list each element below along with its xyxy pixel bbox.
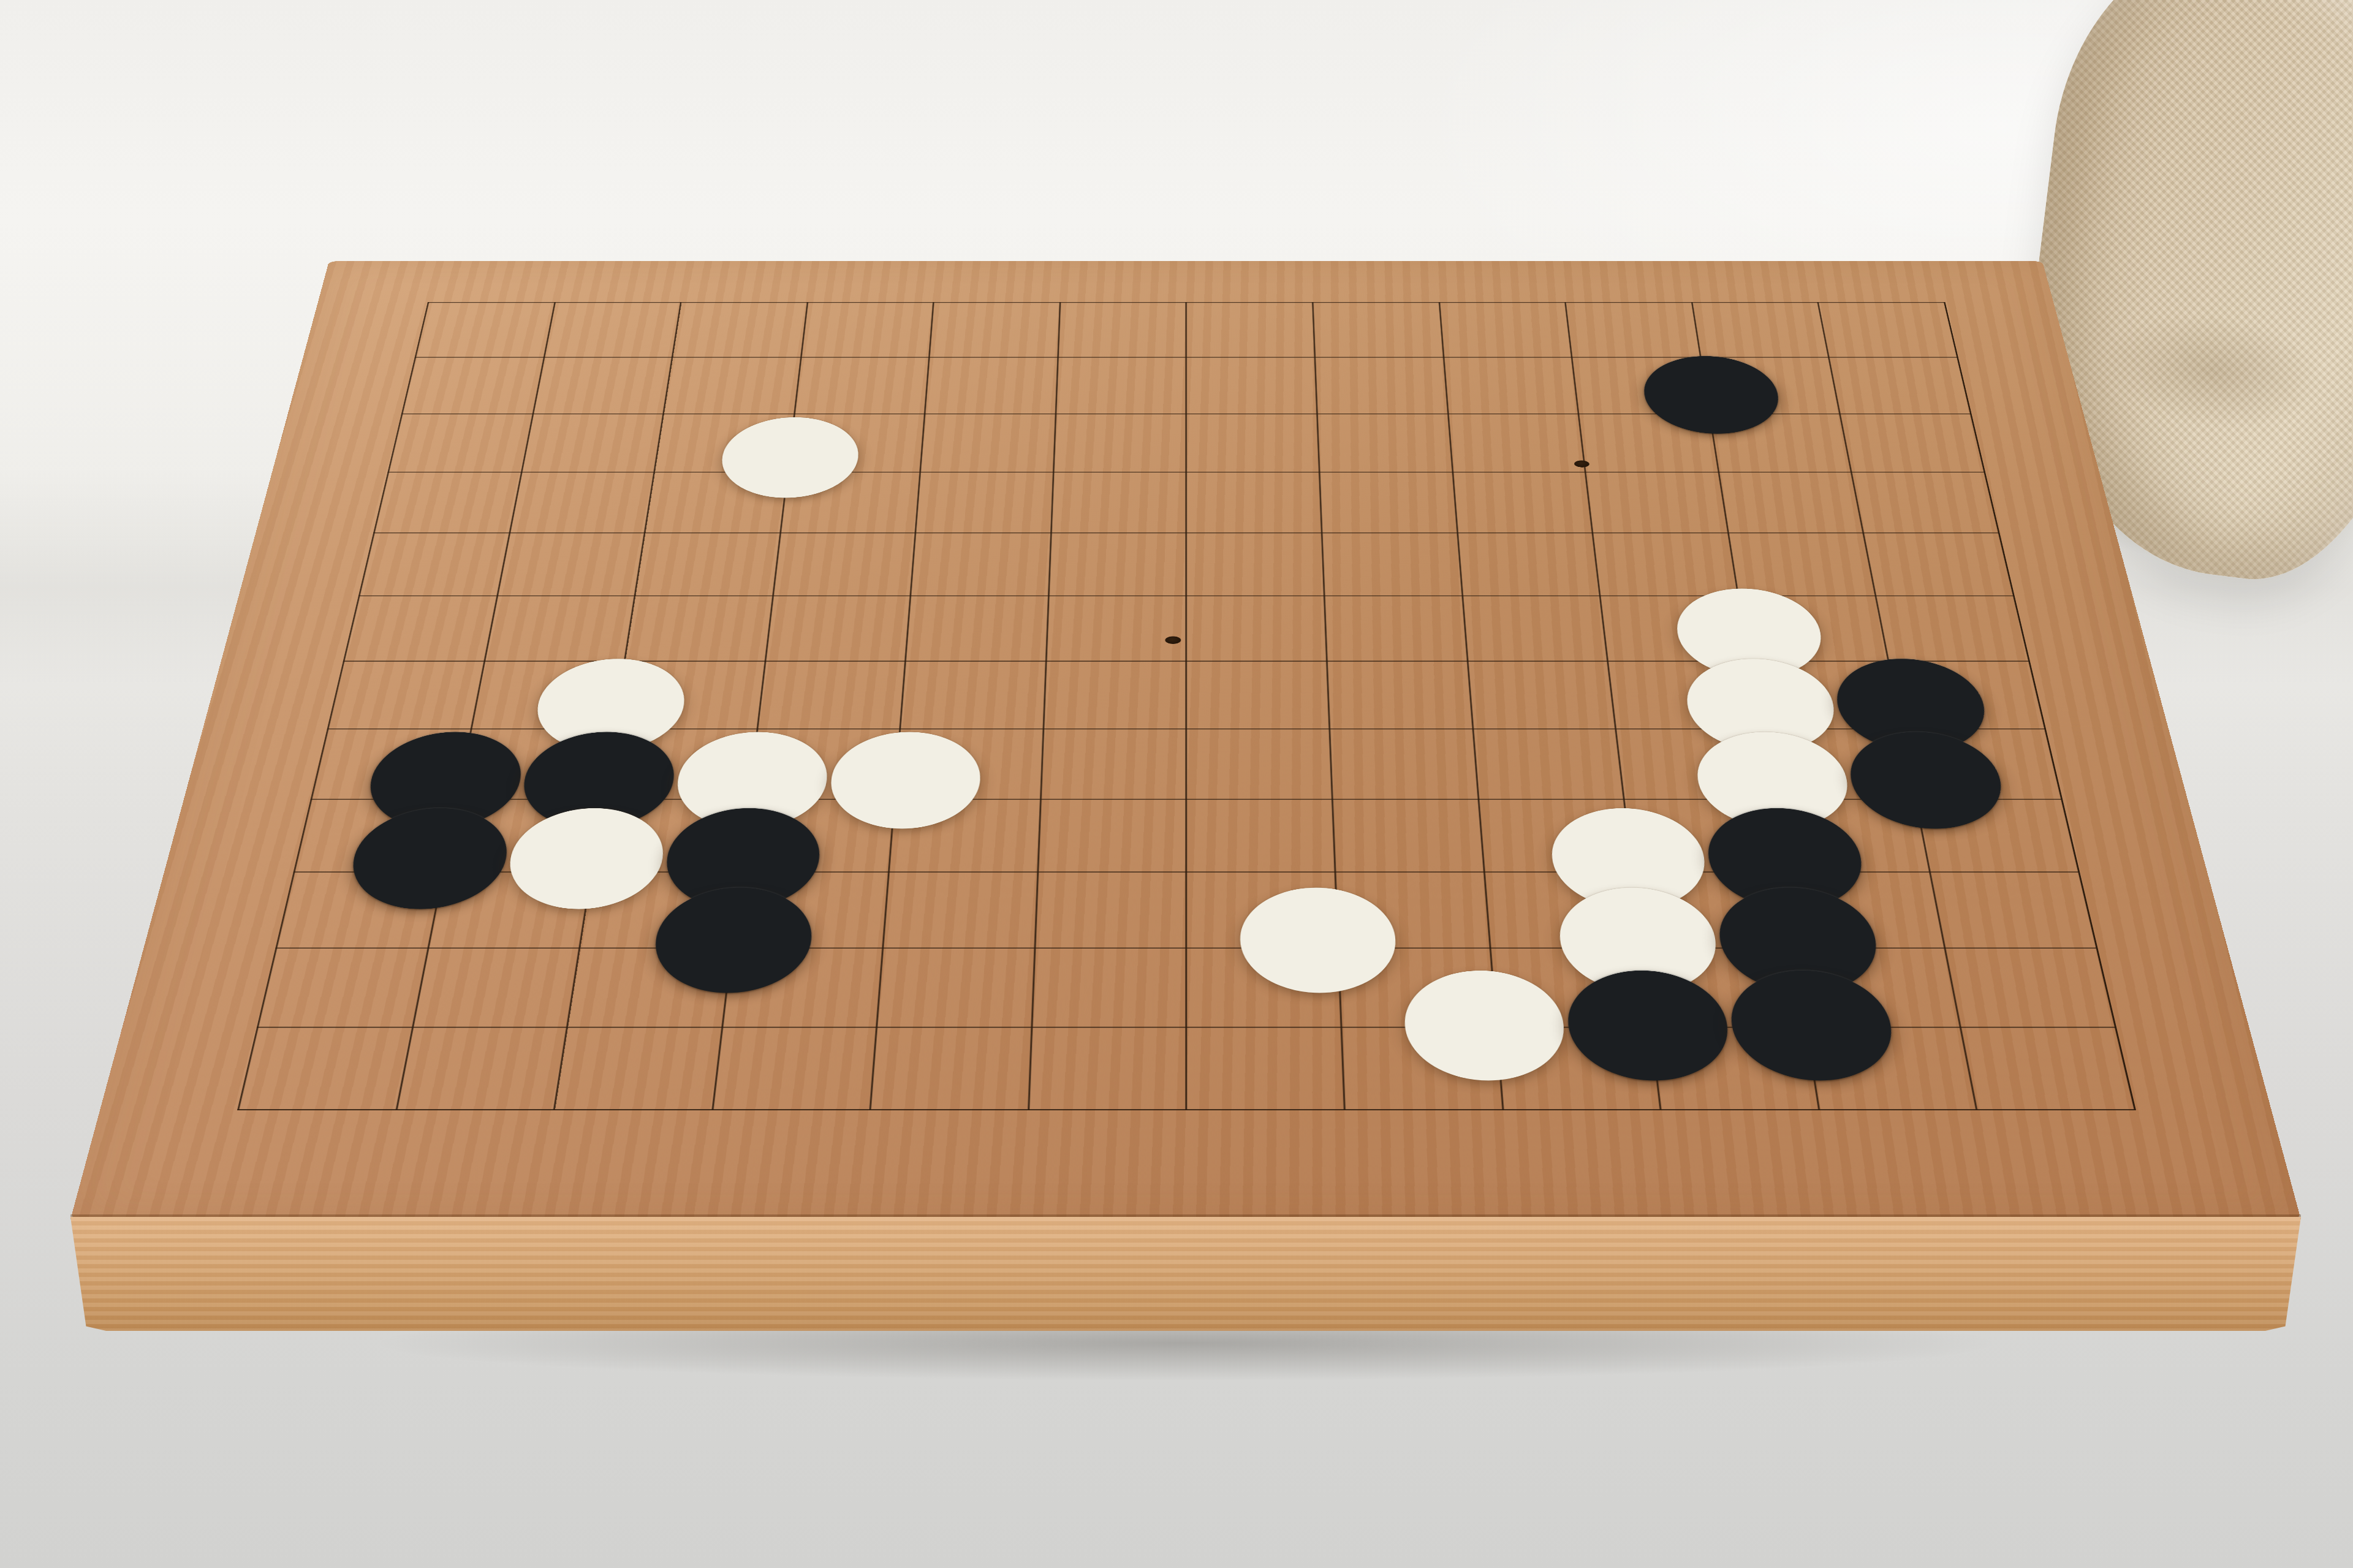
stone-white[interactable]: ●	[716, 407, 865, 490]
board-front-edge	[70, 1217, 2301, 1331]
stone-black[interactable]: ●	[1720, 957, 1901, 1070]
stone-black[interactable]: ●	[648, 874, 820, 982]
star-point	[1165, 636, 1181, 643]
stone-black[interactable]: ●	[343, 795, 520, 899]
go-board-surface: ●●●●●●●●●●●●●●●●●●●●●●●●	[70, 261, 2301, 1219]
stone-white[interactable]: ●	[825, 720, 986, 819]
stone-black[interactable]: ●	[1636, 346, 1786, 426]
star-point	[1574, 460, 1590, 467]
stone-white[interactable]: ●	[1399, 957, 1571, 1070]
stone-black[interactable]: ●	[1838, 720, 2011, 819]
stone-white[interactable]: ●	[501, 795, 674, 899]
stones-layer: ●●●●●●●●●●●●●●●●●●●●●●●●	[148, 276, 2224, 1152]
stone-white[interactable]: ●	[1237, 874, 1400, 982]
stone-black[interactable]: ●	[1559, 957, 1736, 1070]
photo-stage: ●●●●●●●●●●●●●●●●●●●●●●●●	[0, 0, 2353, 1568]
